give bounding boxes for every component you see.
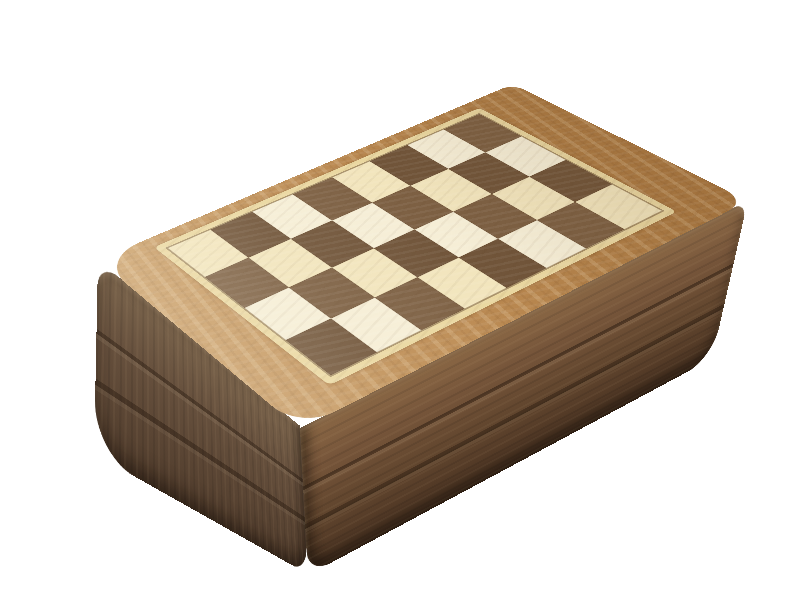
folding-chess-box: [0, 0, 800, 600]
photo-stage: [0, 0, 800, 600]
